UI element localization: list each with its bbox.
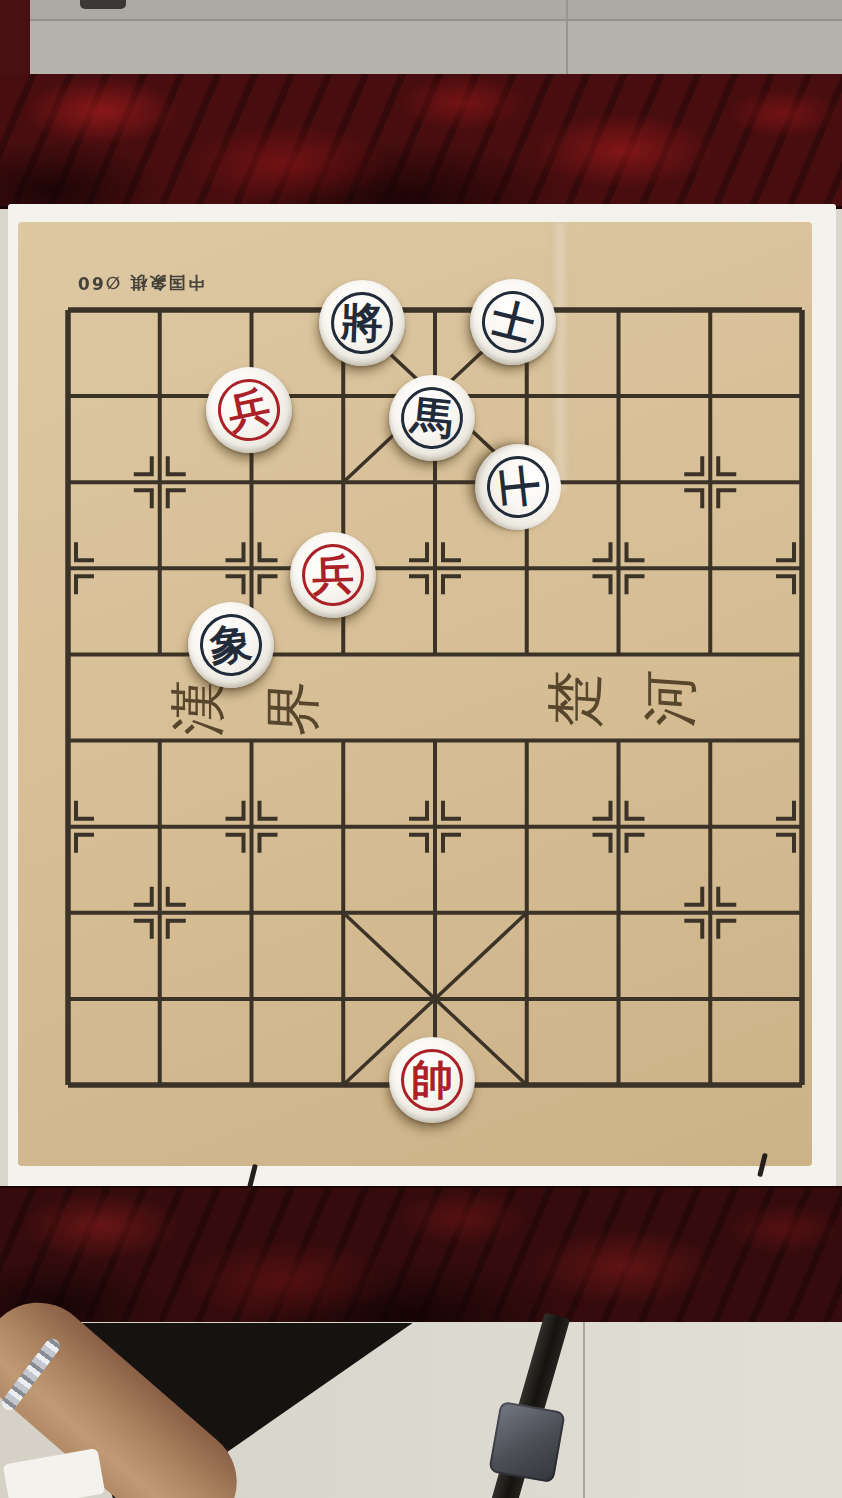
piece-glyph: 帥 (411, 1059, 453, 1101)
small-dark-object (80, 0, 126, 9)
piece-ring: 兵 (212, 373, 286, 447)
piece-ring: 兵 (301, 543, 365, 607)
piece-glyph: 士 (487, 297, 538, 348)
piece-ring: 將 (330, 291, 394, 355)
floor-tile-seam-vertical (566, 0, 568, 74)
floor-tile-upper (0, 0, 842, 19)
photo-scene: 中国象棋 ∅60 漢界 楚河 將士兵馬士兵象帥 (0, 0, 842, 1498)
piece-black-elephant[interactable]: 象 (183, 598, 278, 693)
floor-tile-seam-bottom (583, 1322, 585, 1498)
piece-glyph: 士 (495, 464, 541, 510)
table-edge-front (0, 1186, 842, 1328)
xiangqi-board: 將士兵馬士兵象帥 (22, 267, 842, 1128)
piece-black-advisor-2[interactable]: 士 (470, 440, 565, 535)
piece-black-general[interactable]: 將 (318, 279, 407, 368)
piece-glyph: 兵 (312, 554, 355, 597)
table-edge-top (0, 74, 842, 209)
piece-ring: 馬 (398, 384, 466, 452)
floor-tile-seam-horizontal (26, 19, 842, 21)
piece-red-soldier-1[interactable]: 兵 (197, 359, 299, 461)
piece-ring: 象 (196, 611, 264, 679)
piece-red-general[interactable]: 帥 (389, 1037, 475, 1123)
piece-red-soldier-2[interactable]: 兵 (289, 531, 378, 620)
piece-ring: 士 (484, 453, 552, 521)
piece-glyph: 象 (207, 622, 253, 668)
piece-glyph: 將 (341, 301, 384, 344)
piece-glyph: 馬 (409, 395, 455, 441)
piece-ring: 帥 (401, 1049, 463, 1111)
piece-black-horse[interactable]: 馬 (385, 371, 480, 466)
tripod-clamp (488, 1401, 566, 1483)
floor-background-top (0, 0, 842, 74)
piece-glyph: 兵 (224, 385, 274, 435)
piece-ring: 士 (475, 284, 550, 359)
piece-black-advisor-1[interactable]: 士 (461, 270, 565, 374)
